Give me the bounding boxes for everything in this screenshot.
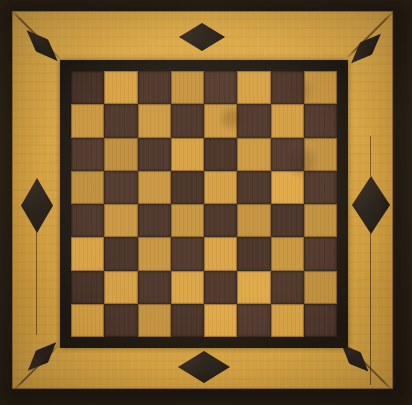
square-d1[interactable]	[171, 304, 204, 337]
square-c6[interactable]	[138, 138, 171, 171]
square-g2[interactable]	[271, 271, 304, 304]
square-c2[interactable]	[138, 271, 171, 304]
square-a5[interactable]	[71, 171, 104, 204]
square-f1[interactable]	[237, 304, 270, 337]
square-b5[interactable]	[104, 171, 137, 204]
square-h7[interactable]	[304, 104, 337, 137]
square-h1[interactable]	[304, 304, 337, 337]
square-d6[interactable]	[171, 138, 204, 171]
square-a2[interactable]	[71, 271, 104, 304]
square-d5[interactable]	[171, 171, 204, 204]
square-h4[interactable]	[304, 204, 337, 237]
square-d3[interactable]	[171, 237, 204, 270]
square-d8[interactable]	[171, 71, 204, 104]
square-e3[interactable]	[204, 237, 237, 270]
square-f5[interactable]	[237, 171, 270, 204]
square-d2[interactable]	[171, 271, 204, 304]
square-e4[interactable]	[204, 204, 237, 237]
square-e5[interactable]	[204, 171, 237, 204]
square-c7[interactable]	[138, 104, 171, 137]
square-f2[interactable]	[237, 271, 270, 304]
square-g5[interactable]	[271, 171, 304, 204]
square-f6[interactable]	[237, 138, 270, 171]
square-f7[interactable]	[237, 104, 270, 137]
square-h8[interactable]	[304, 71, 337, 104]
square-h2[interactable]	[304, 271, 337, 304]
square-f4[interactable]	[237, 204, 270, 237]
square-h5[interactable]	[304, 171, 337, 204]
square-b1[interactable]	[104, 304, 137, 337]
square-g8[interactable]	[271, 71, 304, 104]
square-f8[interactable]	[237, 71, 270, 104]
square-e8[interactable]	[204, 71, 237, 104]
square-a3[interactable]	[71, 237, 104, 270]
square-a4[interactable]	[71, 204, 104, 237]
square-e7[interactable]	[204, 104, 237, 137]
square-d7[interactable]	[171, 104, 204, 137]
square-a7[interactable]	[71, 104, 104, 137]
square-c3[interactable]	[138, 237, 171, 270]
square-c1[interactable]	[138, 304, 171, 337]
square-b7[interactable]	[104, 104, 137, 137]
square-h3[interactable]	[304, 237, 337, 270]
square-c5[interactable]	[138, 171, 171, 204]
square-h6[interactable]	[304, 138, 337, 171]
square-g3[interactable]	[271, 237, 304, 270]
wood-crack-right-lower	[370, 233, 371, 385]
square-b4[interactable]	[104, 204, 137, 237]
wood-crack-left	[36, 231, 37, 335]
square-a8[interactable]	[71, 71, 104, 104]
square-a1[interactable]	[71, 304, 104, 337]
square-c4[interactable]	[138, 204, 171, 237]
checkerboard-photo	[0, 0, 412, 405]
square-g1[interactable]	[271, 304, 304, 337]
square-b6[interactable]	[104, 138, 137, 171]
square-d4[interactable]	[171, 204, 204, 237]
board-grid	[71, 71, 337, 337]
square-f3[interactable]	[237, 237, 270, 270]
square-g6[interactable]	[271, 138, 304, 171]
square-e2[interactable]	[204, 271, 237, 304]
square-a6[interactable]	[71, 138, 104, 171]
square-g7[interactable]	[271, 104, 304, 137]
square-c8[interactable]	[138, 71, 171, 104]
square-b3[interactable]	[104, 237, 137, 270]
wood-crack-right-upper	[370, 136, 371, 176]
square-e6[interactable]	[204, 138, 237, 171]
square-b8[interactable]	[104, 71, 137, 104]
square-e1[interactable]	[204, 304, 237, 337]
square-b2[interactable]	[104, 271, 137, 304]
square-g4[interactable]	[271, 204, 304, 237]
